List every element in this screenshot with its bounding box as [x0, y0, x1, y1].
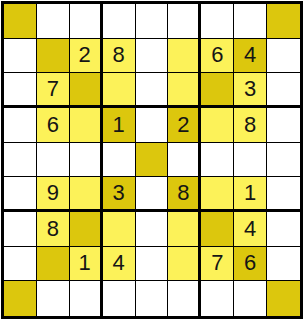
- sudoku-page: 28647361289381841476: [0, 0, 304, 320]
- cell-r5c3[interactable]: [70, 143, 103, 178]
- cell-r9c5[interactable]: [136, 281, 169, 316]
- cell-r5c5[interactable]: [136, 143, 169, 178]
- cell-r6c9[interactable]: [267, 177, 300, 212]
- cell-r7c6[interactable]: [168, 212, 201, 247]
- cell-r3c2[interactable]: 7: [37, 73, 70, 108]
- cell-r7c2[interactable]: 8: [37, 212, 70, 247]
- cell-r8c5[interactable]: [136, 247, 169, 282]
- cell-r5c4[interactable]: [103, 143, 136, 178]
- cell-r7c9[interactable]: [267, 212, 300, 247]
- cell-r4c9[interactable]: [267, 108, 300, 143]
- cell-r2c2[interactable]: [37, 39, 70, 74]
- cell-r4c4[interactable]: 1: [103, 108, 136, 143]
- cell-r4c6[interactable]: 2: [168, 108, 201, 143]
- cell-r6c6[interactable]: 8: [168, 177, 201, 212]
- cell-r1c5[interactable]: [136, 4, 169, 39]
- cell-r6c3[interactable]: [70, 177, 103, 212]
- cell-r8c8[interactable]: 6: [234, 247, 267, 282]
- cell-r2c3[interactable]: 2: [70, 39, 103, 74]
- cell-r2c6[interactable]: [168, 39, 201, 74]
- cell-r9c8[interactable]: [234, 281, 267, 316]
- cell-r5c6[interactable]: [168, 143, 201, 178]
- cell-r2c1[interactable]: [4, 39, 37, 74]
- cell-r2c7[interactable]: 6: [201, 39, 234, 74]
- cell-r9c7[interactable]: [201, 281, 234, 316]
- cell-r6c2[interactable]: 9: [37, 177, 70, 212]
- cell-r2c5[interactable]: [136, 39, 169, 74]
- cell-r2c9[interactable]: [267, 39, 300, 74]
- cell-r6c8[interactable]: 1: [234, 177, 267, 212]
- cell-r7c4[interactable]: [103, 212, 136, 247]
- cell-r5c1[interactable]: [4, 143, 37, 178]
- cell-r9c1[interactable]: [4, 281, 37, 316]
- cell-r8c3[interactable]: 1: [70, 247, 103, 282]
- cell-r8c1[interactable]: [4, 247, 37, 282]
- cell-r4c7[interactable]: [201, 108, 234, 143]
- cell-r3c1[interactable]: [4, 73, 37, 108]
- cell-r6c7[interactable]: [201, 177, 234, 212]
- cell-r1c8[interactable]: [234, 4, 267, 39]
- cell-r8c4[interactable]: 4: [103, 247, 136, 282]
- cell-r7c3[interactable]: [70, 212, 103, 247]
- cell-r2c8[interactable]: 4: [234, 39, 267, 74]
- cell-r7c5[interactable]: [136, 212, 169, 247]
- cell-r2c4[interactable]: 8: [103, 39, 136, 74]
- cell-r9c2[interactable]: [37, 281, 70, 316]
- cell-r9c3[interactable]: [70, 281, 103, 316]
- cell-r3c4[interactable]: [103, 73, 136, 108]
- cell-r8c6[interactable]: [168, 247, 201, 282]
- cell-r4c2[interactable]: 6: [37, 108, 70, 143]
- cell-r1c7[interactable]: [201, 4, 234, 39]
- cell-r8c9[interactable]: [267, 247, 300, 282]
- cell-r4c1[interactable]: [4, 108, 37, 143]
- cell-r7c8[interactable]: 4: [234, 212, 267, 247]
- cell-r1c1[interactable]: [4, 4, 37, 39]
- cell-r1c3[interactable]: [70, 4, 103, 39]
- cell-r3c7[interactable]: [201, 73, 234, 108]
- cell-r8c7[interactable]: 7: [201, 247, 234, 282]
- sudoku-board: 28647361289381841476: [1, 1, 303, 319]
- cell-r6c1[interactable]: [4, 177, 37, 212]
- cell-r7c7[interactable]: [201, 212, 234, 247]
- cell-r8c2[interactable]: [37, 247, 70, 282]
- cell-r9c4[interactable]: [103, 281, 136, 316]
- cell-r7c1[interactable]: [4, 212, 37, 247]
- cell-r1c9[interactable]: [267, 4, 300, 39]
- cell-r4c5[interactable]: [136, 108, 169, 143]
- cell-r3c8[interactable]: 3: [234, 73, 267, 108]
- cell-r5c8[interactable]: [234, 143, 267, 178]
- cell-r5c2[interactable]: [37, 143, 70, 178]
- cell-r9c9[interactable]: [267, 281, 300, 316]
- cell-r1c6[interactable]: [168, 4, 201, 39]
- cell-r4c3[interactable]: [70, 108, 103, 143]
- cell-r3c3[interactable]: [70, 73, 103, 108]
- cell-r5c9[interactable]: [267, 143, 300, 178]
- cell-r3c6[interactable]: [168, 73, 201, 108]
- cell-r1c4[interactable]: [103, 4, 136, 39]
- cell-r9c6[interactable]: [168, 281, 201, 316]
- cell-r6c5[interactable]: [136, 177, 169, 212]
- cell-r1c2[interactable]: [37, 4, 70, 39]
- cell-r4c8[interactable]: 8: [234, 108, 267, 143]
- cell-r3c9[interactable]: [267, 73, 300, 108]
- cell-r3c5[interactable]: [136, 73, 169, 108]
- cell-r5c7[interactable]: [201, 143, 234, 178]
- cell-r6c4[interactable]: 3: [103, 177, 136, 212]
